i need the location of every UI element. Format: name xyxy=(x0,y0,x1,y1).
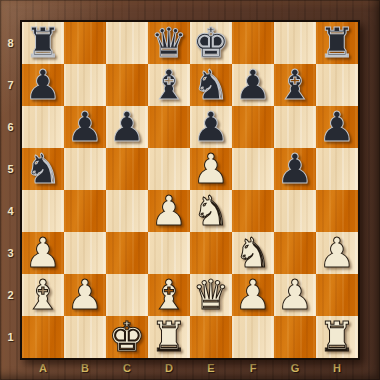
white-rook[interactable]: ♜ xyxy=(316,316,358,358)
square-g1[interactable] xyxy=(274,316,316,358)
square-c6[interactable]: ♟ xyxy=(106,106,148,148)
square-d8[interactable]: ♛ xyxy=(148,22,190,64)
square-d3[interactable] xyxy=(148,232,190,274)
square-h1[interactable]: ♜ xyxy=(316,316,358,358)
rank-labels: 87654321 xyxy=(3,22,18,358)
white-pawn[interactable]: ♟ xyxy=(232,274,274,316)
white-pawn[interactable]: ♟ xyxy=(274,274,316,316)
rank-label-7: 7 xyxy=(3,64,18,106)
square-b1[interactable] xyxy=(64,316,106,358)
black-pawn[interactable]: ♟ xyxy=(64,106,106,148)
square-b7[interactable] xyxy=(64,64,106,106)
square-f2[interactable]: ♟ xyxy=(232,274,274,316)
file-label-h: H xyxy=(316,358,358,378)
square-f5[interactable] xyxy=(232,148,274,190)
white-bishop[interactable]: ♝ xyxy=(148,274,190,316)
square-c7[interactable] xyxy=(106,64,148,106)
square-b6[interactable]: ♟ xyxy=(64,106,106,148)
rank-label-2: 2 xyxy=(3,274,18,316)
black-knight[interactable]: ♞ xyxy=(190,64,232,106)
square-d1[interactable]: ♜ xyxy=(148,316,190,358)
square-a3[interactable]: ♟ xyxy=(22,232,64,274)
square-b4[interactable] xyxy=(64,190,106,232)
chess-board: ♜♛♚♜♟♝♞♟♝♟♟♟♟♞♟♟♟♞♟♞♟♝♟♝♛♟♟♚♜♜ xyxy=(20,20,360,360)
square-h7[interactable] xyxy=(316,64,358,106)
square-f1[interactable] xyxy=(232,316,274,358)
white-queen[interactable]: ♛ xyxy=(190,274,232,316)
square-h2[interactable] xyxy=(316,274,358,316)
square-d2[interactable]: ♝ xyxy=(148,274,190,316)
square-f7[interactable]: ♟ xyxy=(232,64,274,106)
white-knight[interactable]: ♞ xyxy=(190,190,232,232)
file-label-f: F xyxy=(232,358,274,378)
black-bishop[interactable]: ♝ xyxy=(274,64,316,106)
square-f3[interactable]: ♞ xyxy=(232,232,274,274)
square-c3[interactable] xyxy=(106,232,148,274)
square-c1[interactable]: ♚ xyxy=(106,316,148,358)
square-g2[interactable]: ♟ xyxy=(274,274,316,316)
white-pawn[interactable]: ♟ xyxy=(22,232,64,274)
square-a6[interactable] xyxy=(22,106,64,148)
black-rook[interactable]: ♜ xyxy=(22,22,64,64)
file-label-c: C xyxy=(106,358,148,378)
square-f6[interactable] xyxy=(232,106,274,148)
square-a1[interactable] xyxy=(22,316,64,358)
square-d4[interactable]: ♟ xyxy=(148,190,190,232)
white-pawn[interactable]: ♟ xyxy=(64,274,106,316)
square-e2[interactable]: ♛ xyxy=(190,274,232,316)
square-e5[interactable]: ♟ xyxy=(190,148,232,190)
square-e8[interactable]: ♚ xyxy=(190,22,232,64)
board-frame: 87654321 ABCDEFGH ♜♛♚♜♟♝♞♟♝♟♟♟♟♞♟♟♟♞♟♞♟♝… xyxy=(0,0,380,380)
square-b5[interactable] xyxy=(64,148,106,190)
file-label-g: G xyxy=(274,358,316,378)
square-b2[interactable]: ♟ xyxy=(64,274,106,316)
file-label-e: E xyxy=(190,358,232,378)
white-pawn[interactable]: ♟ xyxy=(190,148,232,190)
square-h5[interactable] xyxy=(316,148,358,190)
square-a7[interactable]: ♟ xyxy=(22,64,64,106)
rank-label-6: 6 xyxy=(3,106,18,148)
square-e3[interactable] xyxy=(190,232,232,274)
square-g3[interactable] xyxy=(274,232,316,274)
square-a5[interactable]: ♞ xyxy=(22,148,64,190)
square-f4[interactable] xyxy=(232,190,274,232)
rank-label-8: 8 xyxy=(3,22,18,64)
board-grid: ♜♛♚♜♟♝♞♟♝♟♟♟♟♞♟♟♟♞♟♞♟♝♟♝♛♟♟♚♜♜ xyxy=(22,22,358,358)
square-c5[interactable] xyxy=(106,148,148,190)
file-label-d: D xyxy=(148,358,190,378)
square-c2[interactable] xyxy=(106,274,148,316)
square-h8[interactable]: ♜ xyxy=(316,22,358,64)
square-d6[interactable] xyxy=(148,106,190,148)
square-d7[interactable]: ♝ xyxy=(148,64,190,106)
square-g4[interactable] xyxy=(274,190,316,232)
black-pawn[interactable]: ♟ xyxy=(22,64,64,106)
square-h3[interactable]: ♟ xyxy=(316,232,358,274)
square-g7[interactable]: ♝ xyxy=(274,64,316,106)
white-knight[interactable]: ♞ xyxy=(232,232,274,274)
rank-label-4: 4 xyxy=(3,190,18,232)
file-label-b: B xyxy=(64,358,106,378)
square-b8[interactable] xyxy=(64,22,106,64)
square-a4[interactable] xyxy=(22,190,64,232)
square-a8[interactable]: ♜ xyxy=(22,22,64,64)
black-pawn[interactable]: ♟ xyxy=(190,106,232,148)
black-queen[interactable]: ♛ xyxy=(148,22,190,64)
black-pawn[interactable]: ♟ xyxy=(106,106,148,148)
square-a2[interactable]: ♝ xyxy=(22,274,64,316)
square-e1[interactable] xyxy=(190,316,232,358)
black-bishop[interactable]: ♝ xyxy=(148,64,190,106)
black-pawn[interactable]: ♟ xyxy=(274,148,316,190)
square-h6[interactable]: ♟ xyxy=(316,106,358,148)
white-pawn[interactable]: ♟ xyxy=(148,190,190,232)
square-e7[interactable]: ♞ xyxy=(190,64,232,106)
black-knight[interactable]: ♞ xyxy=(22,148,64,190)
square-g6[interactable] xyxy=(274,106,316,148)
white-pawn[interactable]: ♟ xyxy=(316,232,358,274)
square-b3[interactable] xyxy=(64,232,106,274)
square-f8[interactable] xyxy=(232,22,274,64)
square-g5[interactable]: ♟ xyxy=(274,148,316,190)
square-h4[interactable] xyxy=(316,190,358,232)
black-rook[interactable]: ♜ xyxy=(316,22,358,64)
white-rook[interactable]: ♜ xyxy=(148,316,190,358)
square-c4[interactable] xyxy=(106,190,148,232)
file-label-a: A xyxy=(22,358,64,378)
file-labels: ABCDEFGH xyxy=(22,358,358,378)
rank-label-5: 5 xyxy=(3,148,18,190)
square-e4[interactable]: ♞ xyxy=(190,190,232,232)
black-pawn[interactable]: ♟ xyxy=(232,64,274,106)
black-king[interactable]: ♚ xyxy=(190,22,232,64)
square-c8[interactable] xyxy=(106,22,148,64)
square-d5[interactable] xyxy=(148,148,190,190)
square-e6[interactable]: ♟ xyxy=(190,106,232,148)
white-king[interactable]: ♚ xyxy=(106,316,148,358)
square-g8[interactable] xyxy=(274,22,316,64)
white-bishop[interactable]: ♝ xyxy=(22,274,64,316)
rank-label-3: 3 xyxy=(3,232,18,274)
rank-label-1: 1 xyxy=(3,316,18,358)
black-pawn[interactable]: ♟ xyxy=(316,106,358,148)
